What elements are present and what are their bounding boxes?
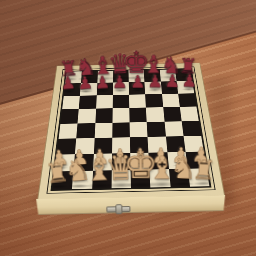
square-c1 xyxy=(92,170,112,188)
square-h5 xyxy=(180,107,199,121)
square-b6 xyxy=(79,95,96,109)
square-d1 xyxy=(111,170,131,188)
square-b3 xyxy=(75,138,94,154)
square-c3 xyxy=(93,137,112,153)
chess-scene: ♜♞♝♛♚♝♞♜♟♟♟♟♟♟♟♟♟♟♟♟♟♟♟♟♜♞♝♛♚♝♞♜ xyxy=(0,0,256,256)
square-c6 xyxy=(96,95,113,109)
square-g3 xyxy=(166,136,186,152)
square-d2 xyxy=(112,153,131,170)
square-g2 xyxy=(167,152,188,169)
square-h6 xyxy=(178,93,196,107)
square-c7 xyxy=(96,83,113,96)
square-c2 xyxy=(93,153,112,170)
square-c8 xyxy=(97,71,113,83)
square-g5 xyxy=(163,107,182,121)
square-b4 xyxy=(76,123,95,138)
square-f3 xyxy=(148,136,167,152)
square-f6 xyxy=(145,94,163,108)
square-g1 xyxy=(169,169,190,187)
chess-board xyxy=(37,63,225,200)
square-e1 xyxy=(131,169,151,187)
square-d5 xyxy=(112,108,129,122)
square-f2 xyxy=(149,152,169,169)
square-d3 xyxy=(112,137,130,153)
square-h3 xyxy=(183,136,203,152)
square-b1 xyxy=(72,171,93,189)
metal-clasp xyxy=(104,204,130,214)
photo-chess-set: ♜♞♝♛♚♝♞♜♟♟♟♟♟♟♟♟♟♟♟♟♟♟♟♟♜♞♝♛♚♝♞♜ xyxy=(0,0,256,256)
square-b8 xyxy=(81,71,97,83)
square-f1 xyxy=(150,169,171,187)
square-e7 xyxy=(129,82,146,95)
square-e4 xyxy=(130,122,148,137)
square-g8 xyxy=(159,69,176,81)
square-a2 xyxy=(55,154,75,171)
square-e2 xyxy=(130,153,149,170)
square-c4 xyxy=(94,123,112,138)
square-h7 xyxy=(176,81,194,94)
square-h4 xyxy=(181,121,201,136)
clasp-knob xyxy=(115,204,122,214)
square-h1 xyxy=(187,168,209,186)
square-a8 xyxy=(65,71,82,83)
square-d4 xyxy=(112,122,130,137)
square-a4 xyxy=(59,123,78,138)
square-e3 xyxy=(130,137,149,153)
square-h2 xyxy=(185,151,206,168)
square-g6 xyxy=(162,94,180,108)
square-f8 xyxy=(144,70,161,82)
square-d7 xyxy=(113,82,129,95)
square-b5 xyxy=(78,109,96,123)
square-a6 xyxy=(62,96,80,110)
square-e5 xyxy=(129,108,147,122)
square-a1 xyxy=(53,171,74,189)
square-a7 xyxy=(64,83,81,96)
square-b2 xyxy=(74,154,94,171)
square-g7 xyxy=(160,81,177,94)
square-d8 xyxy=(113,70,129,82)
square-a5 xyxy=(60,109,78,123)
square-f7 xyxy=(145,82,162,95)
square-e8 xyxy=(128,70,144,82)
square-h8 xyxy=(175,69,192,81)
square-g4 xyxy=(164,121,183,136)
square-f4 xyxy=(147,121,166,136)
square-d6 xyxy=(112,95,129,109)
checker-grid xyxy=(50,68,211,191)
square-c5 xyxy=(95,108,112,122)
square-e6 xyxy=(129,94,146,108)
square-f5 xyxy=(146,107,164,121)
square-a3 xyxy=(57,138,77,154)
square-b7 xyxy=(80,83,97,96)
